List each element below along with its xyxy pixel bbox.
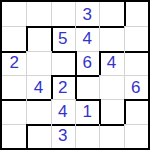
cell-r4c2[interactable]: 4 <box>26 75 50 99</box>
cell-r1c6[interactable] <box>124 2 148 26</box>
cell-r4c3[interactable]: 2 <box>51 75 75 99</box>
cell-r2c5[interactable] <box>99 26 123 50</box>
cell-r4c6[interactable]: 6 <box>124 75 148 99</box>
cell-r4c1[interactable] <box>2 75 26 99</box>
cell-r6c3[interactable]: 3 <box>51 124 75 148</box>
cell-r6c6[interactable] <box>124 124 148 148</box>
cell-r1c1[interactable] <box>2 2 26 26</box>
cell-r2c2[interactable] <box>26 26 50 50</box>
cell-r1c5[interactable] <box>99 2 123 26</box>
cell-r3c1[interactable]: 2 <box>2 51 26 75</box>
cell-r5c5[interactable] <box>99 99 123 123</box>
cell-r6c2[interactable] <box>26 124 50 148</box>
cell-r3c5[interactable]: 4 <box>99 51 123 75</box>
cell-r5c1[interactable] <box>2 99 26 123</box>
cell-r2c4[interactable]: 4 <box>75 26 99 50</box>
cell-r2c1[interactable] <box>2 26 26 50</box>
cell-r4c5[interactable] <box>99 75 123 99</box>
cell-r5c2[interactable] <box>26 99 50 123</box>
cell-r3c6[interactable] <box>124 51 148 75</box>
cell-r5c4[interactable]: 1 <box>75 99 99 123</box>
cell-r1c3[interactable] <box>51 2 75 26</box>
cell-r6c4[interactable] <box>75 124 99 148</box>
cell-r6c1[interactable] <box>2 124 26 148</box>
jigsaw-sudoku-board: 354264426413 <box>0 0 150 150</box>
cell-r3c3[interactable] <box>51 51 75 75</box>
cell-r2c3[interactable]: 5 <box>51 26 75 50</box>
cell-r5c6[interactable] <box>124 99 148 123</box>
cell-r3c4[interactable]: 6 <box>75 51 99 75</box>
cell-r4c4[interactable] <box>75 75 99 99</box>
cell-r1c4[interactable]: 3 <box>75 2 99 26</box>
cell-r5c3[interactable]: 4 <box>51 99 75 123</box>
cell-r2c6[interactable] <box>124 26 148 50</box>
cell-r3c2[interactable] <box>26 51 50 75</box>
cell-r6c5[interactable] <box>99 124 123 148</box>
cell-r1c2[interactable] <box>26 2 50 26</box>
